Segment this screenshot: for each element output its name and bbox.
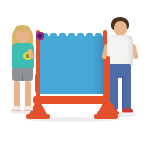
girl-right-leg (25, 81, 31, 108)
girl-hand (29, 54, 33, 58)
boy-shirt (107, 35, 133, 66)
boy-head (114, 21, 127, 36)
boy-right-leg (122, 76, 131, 110)
board-bottom-rail (33, 96, 110, 104)
boy-right-shoe (122, 108, 133, 114)
girl-fringe (15, 25, 30, 32)
girl-left-leg (14, 81, 20, 108)
purple-caddy-pole (35, 74, 39, 92)
product-photo-scene (0, 0, 150, 150)
yellow-caddy-foot (97, 111, 119, 115)
girl-left-shoe (12, 106, 21, 111)
purple-disc (36, 32, 43, 39)
yellow-caddy-pole (106, 56, 110, 104)
girl-right-shoe (24, 106, 33, 111)
connect-four-board (40, 36, 103, 94)
board-grid (40, 36, 103, 94)
girl-shorts-seam (22, 74, 23, 81)
